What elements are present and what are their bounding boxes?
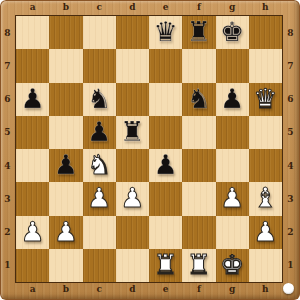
black-knight[interactable]: ♞ — [187, 85, 211, 112]
file-label-bottom-b: b — [49, 282, 82, 299]
square-d5[interactable]: ♜ — [116, 116, 149, 149]
square-b4[interactable]: ♟ — [49, 149, 82, 182]
square-a5[interactable] — [16, 116, 49, 149]
square-c4[interactable]: ♞ — [83, 149, 116, 182]
rank-label-left-2: 2 — [0, 216, 15, 249]
square-f3[interactable] — [182, 182, 215, 215]
square-g6[interactable]: ♟ — [216, 83, 249, 116]
square-a8[interactable] — [16, 16, 49, 49]
square-c8[interactable] — [83, 16, 116, 49]
square-h4[interactable] — [249, 149, 282, 182]
square-d8[interactable] — [116, 16, 149, 49]
white-rook[interactable]: ♜ — [187, 251, 211, 278]
square-b3[interactable] — [49, 182, 82, 215]
file-label-top-f: f — [182, 0, 215, 15]
rank-label-left-7: 7 — [0, 49, 15, 82]
file-label-bottom-a: a — [16, 282, 49, 299]
black-rook[interactable]: ♜ — [120, 118, 144, 145]
rank-label-left-3: 3 — [0, 182, 15, 215]
file-label-bottom-c: c — [83, 282, 116, 299]
white-pawn[interactable]: ♟ — [120, 184, 144, 211]
square-h2[interactable]: ♟ — [249, 216, 282, 249]
square-a7[interactable] — [16, 49, 49, 82]
square-c1[interactable] — [83, 249, 116, 282]
square-b7[interactable] — [49, 49, 82, 82]
black-pawn[interactable]: ♟ — [220, 85, 244, 112]
rank-label-right-2: 2 — [282, 216, 299, 249]
chess-board: ♛♜♚♟♞♞♟♛♟♜♟♞♟♟♟♟♝♟♟♟♜♜♚ — [15, 15, 283, 283]
square-f1[interactable]: ♜ — [182, 249, 215, 282]
white-to-move-indicator — [283, 283, 294, 294]
file-label-bottom-d: d — [116, 282, 149, 299]
white-rook[interactable]: ♜ — [154, 251, 178, 278]
black-pawn[interactable]: ♟ — [154, 151, 178, 178]
file-labels-top: abcdefgh — [16, 0, 282, 15]
rank-label-right-1: 1 — [282, 249, 299, 282]
square-d1[interactable] — [116, 249, 149, 282]
square-d4[interactable] — [116, 149, 149, 182]
file-labels-bottom: abcdefgh — [16, 282, 282, 299]
rank-label-left-5: 5 — [0, 116, 15, 149]
square-d2[interactable] — [116, 216, 149, 249]
file-label-bottom-f: f — [182, 282, 215, 299]
file-label-top-a: a — [16, 0, 49, 15]
square-e1[interactable]: ♜ — [149, 249, 182, 282]
square-a2[interactable]: ♟ — [16, 216, 49, 249]
square-g3[interactable]: ♟ — [216, 182, 249, 215]
square-e6[interactable] — [149, 83, 182, 116]
square-g8[interactable]: ♚ — [216, 16, 249, 49]
square-f4[interactable] — [182, 149, 215, 182]
square-c2[interactable] — [83, 216, 116, 249]
square-e8[interactable]: ♛ — [149, 16, 182, 49]
square-h1[interactable] — [249, 249, 282, 282]
square-e5[interactable] — [149, 116, 182, 149]
black-pawn[interactable]: ♟ — [87, 118, 111, 145]
square-g5[interactable] — [216, 116, 249, 149]
square-h5[interactable] — [249, 116, 282, 149]
white-pawn[interactable]: ♟ — [21, 218, 45, 245]
square-c7[interactable] — [83, 49, 116, 82]
white-pawn[interactable]: ♟ — [220, 184, 244, 211]
square-b1[interactable] — [49, 249, 82, 282]
square-f7[interactable] — [182, 49, 215, 82]
rank-label-left-4: 4 — [0, 149, 15, 182]
square-g4[interactable] — [216, 149, 249, 182]
rank-label-left-6: 6 — [0, 83, 15, 116]
black-king[interactable]: ♚ — [220, 18, 244, 45]
file-label-top-c: c — [83, 0, 116, 15]
square-d7[interactable] — [116, 49, 149, 82]
rank-labels-left: 87654321 — [0, 16, 15, 282]
square-e7[interactable] — [149, 49, 182, 82]
square-c3[interactable]: ♟ — [83, 182, 116, 215]
white-pawn[interactable]: ♟ — [253, 218, 277, 245]
file-label-top-e: e — [149, 0, 182, 15]
rank-label-right-8: 8 — [282, 16, 299, 49]
square-e3[interactable] — [149, 182, 182, 215]
square-h7[interactable] — [249, 49, 282, 82]
square-b2[interactable]: ♟ — [49, 216, 82, 249]
square-d6[interactable] — [116, 83, 149, 116]
rank-label-right-5: 5 — [282, 116, 299, 149]
black-pawn[interactable]: ♟ — [54, 151, 78, 178]
square-f5[interactable] — [182, 116, 215, 149]
square-a1[interactable] — [16, 249, 49, 282]
square-f2[interactable] — [182, 216, 215, 249]
rank-label-right-6: 6 — [282, 83, 299, 116]
rank-label-right-4: 4 — [282, 149, 299, 182]
file-label-top-b: b — [49, 0, 82, 15]
black-rook[interactable]: ♜ — [187, 18, 211, 45]
chess-app: abcdefgh abcdefgh 87654321 87654321 ♛♜♚♟… — [0, 0, 300, 300]
square-a4[interactable] — [16, 149, 49, 182]
square-c5[interactable]: ♟ — [83, 116, 116, 149]
square-b8[interactable] — [49, 16, 82, 49]
square-g2[interactable] — [216, 216, 249, 249]
square-e2[interactable] — [149, 216, 182, 249]
white-king[interactable]: ♚ — [220, 251, 244, 278]
black-knight[interactable]: ♞ — [87, 85, 111, 112]
square-g7[interactable] — [216, 49, 249, 82]
white-queen[interactable]: ♛ — [253, 85, 277, 112]
square-a6[interactable]: ♟ — [16, 83, 49, 116]
black-queen[interactable]: ♛ — [154, 18, 178, 45]
square-b5[interactable] — [49, 116, 82, 149]
white-pawn[interactable]: ♟ — [87, 184, 111, 211]
file-label-bottom-e: e — [149, 282, 182, 299]
square-h6[interactable]: ♛ — [249, 83, 282, 116]
square-f6[interactable]: ♞ — [182, 83, 215, 116]
rank-label-right-3: 3 — [282, 182, 299, 215]
rank-labels-right: 87654321 — [282, 16, 299, 282]
rank-label-left-1: 1 — [0, 249, 15, 282]
square-a3[interactable] — [16, 182, 49, 215]
white-pawn[interactable]: ♟ — [54, 218, 78, 245]
rank-label-right-7: 7 — [282, 49, 299, 82]
file-label-top-g: g — [216, 0, 249, 15]
file-label-top-h: h — [249, 0, 282, 15]
square-d3[interactable]: ♟ — [116, 182, 149, 215]
square-f8[interactable]: ♜ — [182, 16, 215, 49]
square-g1[interactable]: ♚ — [216, 249, 249, 282]
white-knight[interactable]: ♞ — [87, 151, 111, 178]
file-label-bottom-h: h — [249, 282, 282, 299]
file-label-top-d: d — [116, 0, 149, 15]
file-label-bottom-g: g — [216, 282, 249, 299]
square-h3[interactable]: ♝ — [249, 182, 282, 215]
square-e4[interactable]: ♟ — [149, 149, 182, 182]
rank-label-left-8: 8 — [0, 16, 15, 49]
white-bishop[interactable]: ♝ — [253, 184, 277, 211]
square-h8[interactable] — [249, 16, 282, 49]
board-frame: abcdefgh abcdefgh 87654321 87654321 ♛♜♚♟… — [0, 0, 300, 300]
square-b6[interactable] — [49, 83, 82, 116]
black-pawn[interactable]: ♟ — [21, 85, 45, 112]
square-c6[interactable]: ♞ — [83, 83, 116, 116]
